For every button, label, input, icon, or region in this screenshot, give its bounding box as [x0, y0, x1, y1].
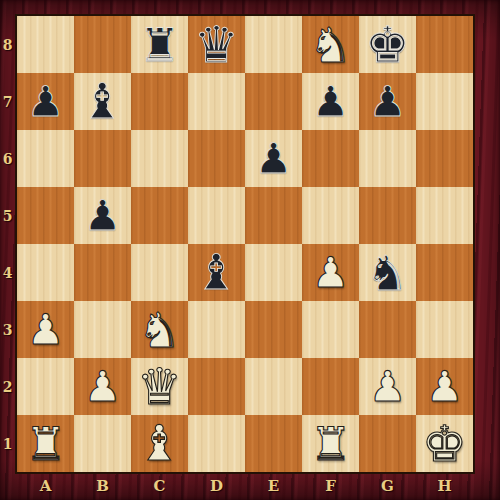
square-b8[interactable] — [74, 16, 131, 73]
square-h4[interactable] — [416, 244, 473, 301]
square-a1[interactable]: ♜ — [17, 415, 74, 472]
piece-white-queen-c2[interactable]: ♛ — [137, 362, 182, 412]
square-a5[interactable] — [17, 187, 74, 244]
piece-black-knight-g4[interactable]: ♞ — [366, 249, 409, 297]
square-d2[interactable] — [188, 358, 245, 415]
square-e3[interactable] — [245, 301, 302, 358]
square-f5[interactable] — [302, 187, 359, 244]
piece-white-pawn-f4[interactable]: ♟ — [312, 252, 350, 294]
file-label-a: A — [17, 474, 74, 498]
piece-black-rook-c8[interactable]: ♜ — [139, 22, 180, 68]
file-label-f: F — [302, 474, 359, 498]
file-label-h: H — [416, 474, 473, 498]
square-a4[interactable] — [17, 244, 74, 301]
square-b6[interactable] — [74, 130, 131, 187]
square-e4[interactable] — [245, 244, 302, 301]
file-label-b: B — [74, 474, 131, 498]
rank-label-5: 5 — [0, 187, 15, 244]
square-c3[interactable]: ♞ — [131, 301, 188, 358]
square-f8[interactable]: ♞ — [302, 16, 359, 73]
square-d3[interactable] — [188, 301, 245, 358]
square-g5[interactable] — [359, 187, 416, 244]
square-f4[interactable]: ♟ — [302, 244, 359, 301]
piece-black-bishop-b7[interactable]: ♝ — [81, 77, 125, 126]
square-g7[interactable]: ♟ — [359, 73, 416, 130]
file-labels: ABCDEFGH — [17, 474, 473, 498]
square-a6[interactable] — [17, 130, 74, 187]
square-g2[interactable]: ♟ — [359, 358, 416, 415]
square-d1[interactable] — [188, 415, 245, 472]
square-c8[interactable]: ♜ — [131, 16, 188, 73]
rank-label-7: 7 — [0, 73, 15, 130]
chess-board: ♜♛♞♚♟♝♟♟♟♟♝♟♞♟♞♟♛♟♟♜♝♜♚ — [15, 14, 475, 474]
square-e2[interactable] — [245, 358, 302, 415]
square-d4[interactable]: ♝ — [188, 244, 245, 301]
square-h1[interactable]: ♚ — [416, 415, 473, 472]
square-g4[interactable]: ♞ — [359, 244, 416, 301]
piece-white-rook-a1[interactable]: ♜ — [25, 421, 66, 467]
square-f2[interactable] — [302, 358, 359, 415]
square-c4[interactable] — [131, 244, 188, 301]
square-c6[interactable] — [131, 130, 188, 187]
square-h7[interactable] — [416, 73, 473, 130]
piece-black-bishop-d4[interactable]: ♝ — [195, 248, 239, 297]
square-d8[interactable]: ♛ — [188, 16, 245, 73]
square-d6[interactable] — [188, 130, 245, 187]
square-e1[interactable] — [245, 415, 302, 472]
piece-black-queen-d8[interactable]: ♛ — [194, 20, 239, 70]
square-c5[interactable] — [131, 187, 188, 244]
rank-labels: 87654321 — [0, 16, 15, 472]
piece-white-bishop-c1[interactable]: ♝ — [138, 419, 182, 468]
square-e6[interactable]: ♟ — [245, 130, 302, 187]
square-c2[interactable]: ♛ — [131, 358, 188, 415]
square-h3[interactable] — [416, 301, 473, 358]
square-f1[interactable]: ♜ — [302, 415, 359, 472]
rank-label-2: 2 — [0, 358, 15, 415]
square-e8[interactable] — [245, 16, 302, 73]
rank-label-4: 4 — [0, 244, 15, 301]
piece-black-pawn-f7[interactable]: ♟ — [312, 81, 350, 123]
square-d5[interactable] — [188, 187, 245, 244]
rank-label-1: 1 — [0, 415, 15, 472]
piece-white-pawn-b2[interactable]: ♟ — [84, 366, 122, 408]
square-c1[interactable]: ♝ — [131, 415, 188, 472]
square-h6[interactable] — [416, 130, 473, 187]
piece-white-pawn-g2[interactable]: ♟ — [369, 366, 407, 408]
square-b1[interactable] — [74, 415, 131, 472]
piece-white-rook-f1[interactable]: ♜ — [310, 421, 351, 467]
square-b3[interactable] — [74, 301, 131, 358]
square-b5[interactable]: ♟ — [74, 187, 131, 244]
piece-black-pawn-b5[interactable]: ♟ — [84, 195, 122, 237]
piece-black-pawn-e6[interactable]: ♟ — [255, 138, 293, 180]
square-b4[interactable] — [74, 244, 131, 301]
square-g3[interactable] — [359, 301, 416, 358]
piece-white-pawn-a3[interactable]: ♟ — [27, 309, 65, 351]
piece-black-king-g8[interactable]: ♚ — [365, 20, 410, 70]
piece-black-pawn-a7[interactable]: ♟ — [27, 81, 65, 123]
rank-label-3: 3 — [0, 301, 15, 358]
square-g6[interactable] — [359, 130, 416, 187]
square-f7[interactable]: ♟ — [302, 73, 359, 130]
piece-black-pawn-g7[interactable]: ♟ — [369, 81, 407, 123]
square-b2[interactable]: ♟ — [74, 358, 131, 415]
piece-white-knight-c3[interactable]: ♞ — [138, 306, 181, 354]
square-h8[interactable] — [416, 16, 473, 73]
square-g8[interactable]: ♚ — [359, 16, 416, 73]
square-a3[interactable]: ♟ — [17, 301, 74, 358]
file-label-c: C — [131, 474, 188, 498]
piece-white-pawn-h2[interactable]: ♟ — [426, 366, 464, 408]
square-b7[interactable]: ♝ — [74, 73, 131, 130]
square-e7[interactable] — [245, 73, 302, 130]
square-f6[interactable] — [302, 130, 359, 187]
rank-label-6: 6 — [0, 130, 15, 187]
file-label-g: G — [359, 474, 416, 498]
chess-board-frame: ♜♛♞♚♟♝♟♟♟♟♝♟♞♟♞♟♛♟♟♜♝♜♚ 87654321 ABCDEFG… — [0, 0, 500, 500]
piece-white-knight-f8[interactable]: ♞ — [309, 21, 352, 69]
file-label-e: E — [245, 474, 302, 498]
square-a8[interactable] — [17, 16, 74, 73]
square-a2[interactable] — [17, 358, 74, 415]
square-h2[interactable]: ♟ — [416, 358, 473, 415]
file-label-d: D — [188, 474, 245, 498]
square-g1[interactable] — [359, 415, 416, 472]
rank-label-8: 8 — [0, 16, 15, 73]
piece-white-king-h1[interactable]: ♚ — [422, 419, 467, 469]
square-d7[interactable] — [188, 73, 245, 130]
square-c7[interactable] — [131, 73, 188, 130]
square-f3[interactable] — [302, 301, 359, 358]
square-e5[interactable] — [245, 187, 302, 244]
square-a7[interactable]: ♟ — [17, 73, 74, 130]
square-h5[interactable] — [416, 187, 473, 244]
